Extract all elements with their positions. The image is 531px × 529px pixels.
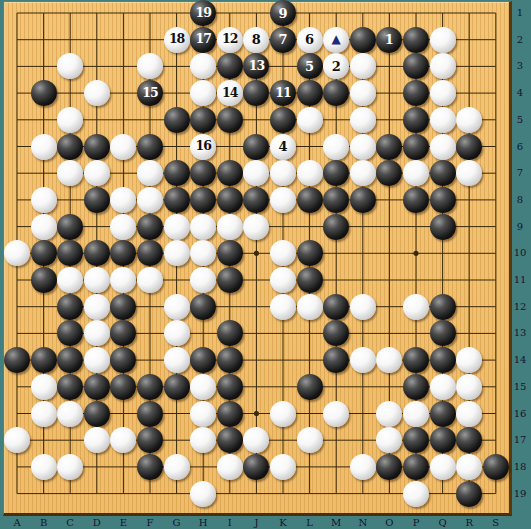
stone-Q16 xyxy=(430,401,456,427)
stone-C5 xyxy=(57,107,83,133)
stone-G8 xyxy=(164,187,190,213)
stone-C6 xyxy=(57,134,83,160)
stone-R18 xyxy=(456,454,482,480)
stone-N2 xyxy=(350,27,376,53)
row-label-18: 18 xyxy=(509,461,531,472)
go-board-viewer: 199181712876▲11352151411164 ABCDEFGHIJKL… xyxy=(0,0,531,529)
stone-I11 xyxy=(217,267,243,293)
stone-I3 xyxy=(217,53,243,79)
stone-R6 xyxy=(456,134,482,160)
stone-L7 xyxy=(297,160,323,186)
stone-B10 xyxy=(31,240,57,266)
stone-N18 xyxy=(350,454,376,480)
stone-Q6 xyxy=(430,134,456,160)
stone-K7 xyxy=(270,160,296,186)
stone-N12 xyxy=(350,294,376,320)
stone-D15 xyxy=(84,374,110,400)
stone-O16 xyxy=(376,401,402,427)
column-label-R: R xyxy=(461,517,477,528)
stone-Q2 xyxy=(430,27,456,53)
stone-J9 xyxy=(243,214,269,240)
stone-I17 xyxy=(217,427,243,453)
stone-N4 xyxy=(350,80,376,106)
stone-I18 xyxy=(217,454,243,480)
column-label-K: K xyxy=(275,517,291,528)
stone-E12 xyxy=(110,294,136,320)
stone-H9 xyxy=(190,214,216,240)
stone-P8 xyxy=(403,187,429,213)
stone-K18 xyxy=(270,454,296,480)
stone-Q5 xyxy=(430,107,456,133)
stone-M12 xyxy=(323,294,349,320)
stone-H16 xyxy=(190,401,216,427)
stone-Q9 xyxy=(430,214,456,240)
stone-B9 xyxy=(31,214,57,240)
stone-I16 xyxy=(217,401,243,427)
stone-C18 xyxy=(57,454,83,480)
stone-B6 xyxy=(31,134,57,160)
stone-B4 xyxy=(31,80,57,106)
stone-H12 xyxy=(190,294,216,320)
stone-Q17 xyxy=(430,427,456,453)
stone-G13 xyxy=(164,320,190,346)
stone-H19 xyxy=(190,481,216,507)
stone-L5 xyxy=(297,107,323,133)
stone-P18 xyxy=(403,454,429,480)
stone-I13 xyxy=(217,320,243,346)
stone-F7 xyxy=(137,160,163,186)
stone-Q3 xyxy=(430,53,456,79)
stone-G5 xyxy=(164,107,190,133)
stone-L11 xyxy=(297,267,323,293)
stone-H1: 19 xyxy=(190,0,216,26)
stone-A14 xyxy=(4,347,30,373)
stone-D12 xyxy=(84,294,110,320)
column-label-D: D xyxy=(89,517,105,528)
stone-R16 xyxy=(456,401,482,427)
row-label-4: 4 xyxy=(509,87,531,98)
stone-C16 xyxy=(57,401,83,427)
stone-H8 xyxy=(190,187,216,213)
stone-E9 xyxy=(110,214,136,240)
stone-K11 xyxy=(270,267,296,293)
row-label-7: 7 xyxy=(509,167,531,178)
stone-Q7 xyxy=(430,160,456,186)
column-label-O: O xyxy=(381,517,397,528)
stone-L4 xyxy=(297,80,323,106)
stone-Q8 xyxy=(430,187,456,213)
stone-R15 xyxy=(456,374,482,400)
stone-M8 xyxy=(323,187,349,213)
stone-B15 xyxy=(31,374,57,400)
column-label-H: H xyxy=(195,517,211,528)
stone-G2: 18 xyxy=(164,27,190,53)
stone-F11 xyxy=(137,267,163,293)
stone-G18 xyxy=(164,454,190,480)
stone-K16 xyxy=(270,401,296,427)
stone-L3: 5 xyxy=(297,53,323,79)
stone-N7 xyxy=(350,160,376,186)
stone-G14 xyxy=(164,347,190,373)
stone-K6: 4 xyxy=(270,134,296,160)
row-label-15: 15 xyxy=(509,381,531,392)
stone-Q12 xyxy=(430,294,456,320)
row-label-12: 12 xyxy=(509,301,531,312)
column-label-N: N xyxy=(355,517,371,528)
stone-I9 xyxy=(217,214,243,240)
stone-P19 xyxy=(403,481,429,507)
column-label-G: G xyxy=(169,517,185,528)
stone-K4: 11 xyxy=(270,80,296,106)
stone-H11 xyxy=(190,267,216,293)
row-label-11: 11 xyxy=(509,274,531,285)
stone-B11 xyxy=(31,267,57,293)
stone-D11 xyxy=(84,267,110,293)
stone-C15 xyxy=(57,374,83,400)
stone-F17 xyxy=(137,427,163,453)
stone-D4 xyxy=(84,80,110,106)
stone-Q4 xyxy=(430,80,456,106)
row-label-8: 8 xyxy=(509,194,531,205)
stone-I2: 12 xyxy=(217,27,243,53)
stone-N14 xyxy=(350,347,376,373)
stone-M6 xyxy=(323,134,349,160)
stone-N6 xyxy=(350,134,376,160)
stone-M16 xyxy=(323,401,349,427)
stone-Q15 xyxy=(430,374,456,400)
stone-N3 xyxy=(350,53,376,79)
stone-D8 xyxy=(84,187,110,213)
stone-P16 xyxy=(403,401,429,427)
stone-P15 xyxy=(403,374,429,400)
stone-C9 xyxy=(57,214,83,240)
stone-P17 xyxy=(403,427,429,453)
stone-P12 xyxy=(403,294,429,320)
stone-D10 xyxy=(84,240,110,266)
row-label-1: 1 xyxy=(509,7,531,18)
stone-L17 xyxy=(297,427,323,453)
stone-G10 xyxy=(164,240,190,266)
stone-H2: 17 xyxy=(190,27,216,53)
stone-B18 xyxy=(31,454,57,480)
stone-P6 xyxy=(403,134,429,160)
stone-Q13 xyxy=(430,320,456,346)
stone-F8 xyxy=(137,187,163,213)
stone-P2 xyxy=(403,27,429,53)
column-label-F: F xyxy=(142,517,158,528)
stone-O6 xyxy=(376,134,402,160)
stone-I7 xyxy=(217,160,243,186)
row-label-14: 14 xyxy=(509,354,531,365)
stone-D13 xyxy=(84,320,110,346)
stone-R5 xyxy=(456,107,482,133)
stone-M9 xyxy=(323,214,349,240)
stone-I15 xyxy=(217,374,243,400)
stone-L8 xyxy=(297,187,323,213)
column-label-Q: Q xyxy=(435,517,451,528)
column-label-B: B xyxy=(36,517,52,528)
column-label-P: P xyxy=(408,517,424,528)
stone-N5 xyxy=(350,107,376,133)
stone-P4 xyxy=(403,80,429,106)
stone-I5 xyxy=(217,107,243,133)
stone-F9 xyxy=(137,214,163,240)
stone-F18 xyxy=(137,454,163,480)
stone-F15 xyxy=(137,374,163,400)
stone-L15 xyxy=(297,374,323,400)
column-label-M: M xyxy=(328,517,344,528)
row-label-19: 19 xyxy=(509,488,531,499)
stone-F16 xyxy=(137,401,163,427)
stone-H15 xyxy=(190,374,216,400)
stone-H5 xyxy=(190,107,216,133)
stone-K8 xyxy=(270,187,296,213)
stone-G12 xyxy=(164,294,190,320)
stone-R19 xyxy=(456,481,482,507)
stone-I8 xyxy=(217,187,243,213)
stone-D6 xyxy=(84,134,110,160)
stone-F6 xyxy=(137,134,163,160)
stone-L2: 6 xyxy=(297,27,323,53)
stone-G15 xyxy=(164,374,190,400)
row-label-2: 2 xyxy=(509,34,531,45)
stone-D7 xyxy=(84,160,110,186)
stone-N8 xyxy=(350,187,376,213)
row-label-17: 17 xyxy=(509,434,531,445)
stone-D17 xyxy=(84,427,110,453)
stone-O2: 1 xyxy=(376,27,402,53)
stone-K2: 7 xyxy=(270,27,296,53)
stone-K1: 9 xyxy=(270,0,296,26)
column-label-I: I xyxy=(222,517,238,528)
stone-K5 xyxy=(270,107,296,133)
stone-G7 xyxy=(164,160,190,186)
column-label-L: L xyxy=(302,517,318,528)
triangle-mark-icon: ▲ xyxy=(332,33,341,45)
stone-E6 xyxy=(110,134,136,160)
stone-K12 xyxy=(270,294,296,320)
stone-J6 xyxy=(243,134,269,160)
stone-L12 xyxy=(297,294,323,320)
row-label-9: 9 xyxy=(509,221,531,232)
stone-Q18 xyxy=(430,454,456,480)
row-label-5: 5 xyxy=(509,114,531,125)
stone-D16 xyxy=(84,401,110,427)
stone-C12 xyxy=(57,294,83,320)
stone-I10 xyxy=(217,240,243,266)
column-label-J: J xyxy=(248,517,264,528)
row-label-6: 6 xyxy=(509,141,531,152)
row-label-3: 3 xyxy=(509,60,531,71)
stone-J2: 8 xyxy=(243,27,269,53)
stone-B16 xyxy=(31,401,57,427)
column-label-C: C xyxy=(62,517,78,528)
stone-D14 xyxy=(84,347,110,373)
column-label-A: A xyxy=(9,517,25,528)
stone-G9 xyxy=(164,214,190,240)
stone-P7 xyxy=(403,160,429,186)
row-label-13: 13 xyxy=(509,327,531,338)
stone-H6: 16 xyxy=(190,134,216,160)
stone-B14 xyxy=(31,347,57,373)
stone-I4: 14 xyxy=(217,80,243,106)
stone-Q14 xyxy=(430,347,456,373)
stone-L10 xyxy=(297,240,323,266)
stone-P5 xyxy=(403,107,429,133)
stone-S18 xyxy=(483,454,509,480)
stone-I14 xyxy=(217,347,243,373)
stone-B8 xyxy=(31,187,57,213)
stone-M2: ▲ xyxy=(323,27,349,53)
stone-E15 xyxy=(110,374,136,400)
stone-A17 xyxy=(4,427,30,453)
column-label-E: E xyxy=(115,517,131,528)
stone-F4: 15 xyxy=(137,80,163,106)
stone-P14 xyxy=(403,347,429,373)
row-label-10: 10 xyxy=(509,247,531,258)
column-label-S: S xyxy=(488,517,504,528)
row-label-16: 16 xyxy=(509,408,531,419)
stone-C11 xyxy=(57,267,83,293)
